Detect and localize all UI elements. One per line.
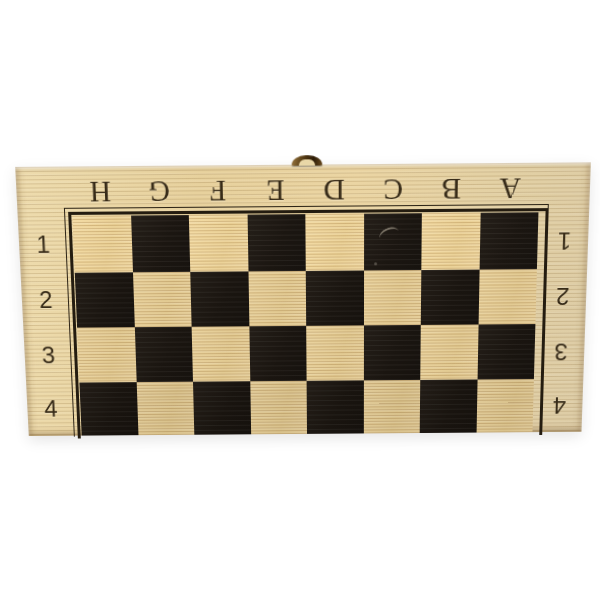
square-d2	[306, 270, 364, 326]
square-g4	[136, 381, 194, 435]
square-g1	[131, 215, 191, 272]
file-label-g: G	[148, 176, 170, 206]
file-label-b: B	[441, 173, 461, 203]
square-h1	[72, 215, 132, 272]
rank-label-left-1: 1	[36, 232, 51, 256]
square-d4	[307, 380, 364, 434]
square-c3	[363, 325, 420, 380]
square-e4	[250, 380, 307, 434]
square-f3	[192, 326, 250, 381]
rank-label-right-3: 3	[554, 339, 568, 363]
square-e1	[247, 214, 306, 271]
square-a3	[477, 324, 535, 379]
squares-grid	[72, 212, 538, 435]
file-label-e: E	[267, 175, 285, 205]
rank-label-right-4: 4	[553, 394, 567, 417]
square-b1	[421, 213, 480, 270]
file-label-a: A	[499, 173, 521, 203]
square-e3	[249, 326, 307, 381]
rank-label-left-2: 2	[39, 288, 53, 312]
chess-board-box: HGFEDCBA 1234 1234	[15, 162, 591, 436]
square-a4	[476, 379, 534, 433]
rank-label-right-1: 1	[558, 228, 572, 252]
file-label-h: H	[89, 176, 111, 206]
square-f1	[189, 215, 248, 272]
speck-mark	[374, 262, 377, 265]
square-a2	[478, 269, 537, 325]
rank-label-right-2: 2	[556, 284, 570, 308]
square-a1	[479, 212, 538, 269]
rank-label-left-3: 3	[41, 343, 55, 367]
rank-labels-right: 1234	[542, 212, 583, 432]
square-b4	[420, 379, 477, 433]
rank-label-left-4: 4	[44, 398, 58, 421]
file-label-f: F	[209, 175, 226, 205]
file-label-c: C	[383, 174, 403, 204]
square-d3	[306, 325, 363, 380]
brass-clasp	[292, 155, 323, 166]
square-d1	[305, 214, 363, 271]
square-e2	[248, 270, 306, 326]
square-b2	[421, 269, 479, 325]
square-f2	[190, 271, 249, 327]
square-c4	[363, 379, 420, 433]
square-f4	[193, 381, 251, 435]
square-g3	[134, 327, 193, 382]
square-c2	[363, 270, 421, 326]
square-c1	[364, 213, 422, 270]
square-h2	[75, 272, 135, 328]
photo-background: HGFEDCBA 1234 1234	[0, 0, 600, 600]
rank-labels-left: 1234	[26, 216, 68, 436]
square-b3	[420, 324, 478, 379]
file-label-d: D	[324, 174, 345, 204]
square-h3	[77, 327, 136, 382]
square-g2	[132, 271, 191, 327]
square-h4	[79, 382, 138, 436]
